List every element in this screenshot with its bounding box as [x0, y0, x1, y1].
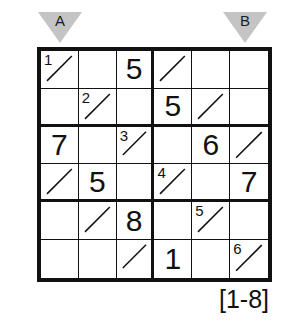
marker-a: A — [38, 12, 82, 43]
given-digit: 5 — [165, 91, 182, 121]
cell-r6c1[interactable] — [41, 240, 79, 278]
cell-r6c4[interactable]: 1 — [154, 240, 192, 278]
cell-r1c5[interactable] — [192, 51, 230, 89]
slash-icon — [195, 91, 226, 122]
cell-r4c6[interactable]: 7 — [230, 164, 268, 202]
cell-r2c3[interactable] — [117, 89, 155, 127]
cell-r5c1[interactable] — [41, 202, 79, 240]
given-digit: 5 — [126, 54, 143, 84]
cell-r4c3[interactable] — [117, 164, 155, 202]
digit-range-label: [1-8] — [219, 287, 269, 312]
cell-r5c5[interactable]: 5 — [192, 202, 230, 240]
cell-r4c2[interactable]: 5 — [79, 164, 117, 202]
cell-r3c5[interactable]: 6 — [192, 127, 230, 165]
small-given-digit: 4 — [157, 165, 165, 181]
given-digit: 6 — [202, 130, 219, 160]
cell-r3c3[interactable]: 3 — [117, 127, 155, 165]
cell-r1c3[interactable]: 5 — [117, 51, 155, 89]
cell-r4c1[interactable] — [41, 164, 79, 202]
cell-r1c4[interactable] — [154, 51, 192, 89]
cell-r6c2[interactable] — [79, 240, 117, 278]
cell-r2c2[interactable]: 2 — [79, 89, 117, 127]
cell-r6c5[interactable] — [192, 240, 230, 278]
small-given-digit: 6 — [233, 241, 241, 257]
slash-icon — [233, 129, 265, 161]
cell-r3c6[interactable] — [230, 127, 268, 165]
small-given-digit: 2 — [82, 90, 90, 106]
marker-b-label: B — [223, 13, 267, 29]
cell-r5c4[interactable] — [154, 202, 192, 240]
puzzle-diagram: A B 15257365478516 [1-8] — [0, 0, 306, 329]
cell-r3c1[interactable]: 7 — [41, 127, 79, 165]
small-given-digit: 3 — [120, 128, 128, 144]
marker-b: B — [223, 12, 267, 43]
given-digit: 7 — [241, 167, 258, 197]
cell-r3c4[interactable] — [154, 127, 192, 165]
given-digit: 8 — [126, 206, 143, 236]
given-digit: 1 — [165, 244, 182, 274]
small-given-digit: 5 — [195, 203, 203, 219]
cell-r2c6[interactable] — [230, 89, 268, 127]
given-digit: 5 — [89, 167, 106, 197]
cell-r3c2[interactable] — [79, 127, 117, 165]
slash-icon — [120, 242, 149, 271]
cell-r6c6[interactable]: 6 — [230, 240, 268, 278]
cell-r2c4[interactable]: 5 — [154, 89, 192, 127]
cell-r5c6[interactable] — [230, 202, 268, 240]
cell-r1c6[interactable] — [230, 51, 268, 89]
cell-r4c5[interactable] — [192, 164, 230, 202]
slash-icon — [44, 166, 75, 197]
puzzle-grid: 15257365478516 — [37, 47, 272, 282]
cell-r6c3[interactable] — [117, 240, 155, 278]
cell-r5c2[interactable] — [79, 202, 117, 240]
slash-icon — [157, 53, 188, 84]
marker-a-label: A — [38, 13, 82, 29]
cell-r2c5[interactable] — [192, 89, 230, 127]
cell-r1c2[interactable] — [79, 51, 117, 89]
small-given-digit: 1 — [44, 52, 52, 68]
slash-icon — [82, 204, 113, 235]
cell-r1c1[interactable]: 1 — [41, 51, 79, 89]
cell-r2c1[interactable] — [41, 89, 79, 127]
cell-r5c3[interactable]: 8 — [117, 202, 155, 240]
given-digit: 7 — [51, 130, 68, 160]
cell-r4c4[interactable]: 4 — [154, 164, 192, 202]
